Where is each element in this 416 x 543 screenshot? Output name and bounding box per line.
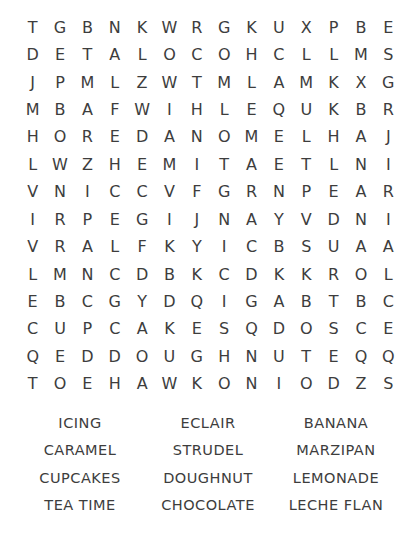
grid-cell-r13c7[interactable]: G — [183, 343, 210, 370]
grid-cell-r12c7[interactable]: E — [183, 316, 210, 343]
grid-cell-r10c14[interactable]: L — [375, 261, 402, 288]
grid-cell-r3c3[interactable]: M — [74, 69, 101, 96]
grid-cell-r8c1[interactable]: I — [19, 206, 46, 233]
grid-cell-r4c14[interactable]: R — [375, 96, 402, 123]
grid-cell-r5c6[interactable]: A — [156, 124, 183, 151]
grid-cell-r3c7[interactable]: T — [183, 69, 210, 96]
grid-cell-r10c10[interactable]: K — [265, 261, 292, 288]
grid-cell-r4c2[interactable]: B — [46, 96, 73, 123]
word-list-item-caramel: CARAMEL — [16, 437, 144, 465]
grid-cell-r8c3[interactable]: P — [74, 206, 101, 233]
grid-cell-r3c4[interactable]: L — [101, 69, 128, 96]
grid-cell-r5c4[interactable]: E — [101, 124, 128, 151]
grid-cell-r2c1[interactable]: D — [19, 41, 46, 68]
grid-cell-r7c2[interactable]: N — [46, 179, 73, 206]
grid-cell-r6c7[interactable]: I — [183, 151, 210, 178]
grid-cell-r12c1[interactable]: C — [19, 316, 46, 343]
word-list-item-icing: ICING — [16, 409, 144, 437]
grid-cell-r3c5[interactable]: Z — [128, 69, 155, 96]
grid-cell-r4c1[interactable]: M — [19, 96, 46, 123]
grid-cell-r8c12[interactable]: D — [320, 206, 347, 233]
grid-cell-r8c13[interactable]: N — [347, 206, 374, 233]
grid-cell-r14c4[interactable]: H — [101, 371, 128, 398]
grid-cell-r5c1[interactable]: H — [19, 124, 46, 151]
grid-cell-r5c12[interactable]: H — [320, 124, 347, 151]
grid-cell-r10c9[interactable]: D — [238, 261, 265, 288]
word-list-item-marzipan: MARZIPAN — [272, 437, 400, 465]
grid-cell-r10c13[interactable]: O — [347, 261, 374, 288]
grid-cell-r5c5[interactable]: D — [128, 124, 155, 151]
grid-cell-r13c1[interactable]: Q — [19, 343, 46, 370]
grid-cell-r5c3[interactable]: R — [74, 124, 101, 151]
grid-cell-r3c13[interactable]: X — [347, 69, 374, 96]
grid-cell-r10c5[interactable]: D — [128, 261, 155, 288]
word-list-item-chocolate: CHOCOLATE — [144, 492, 272, 520]
grid-cell-r10c4[interactable]: C — [101, 261, 128, 288]
grid-cell-r3c14[interactable]: G — [375, 69, 402, 96]
grid-cell-r8c6[interactable]: I — [156, 206, 183, 233]
grid-cell-r5c2[interactable]: O — [46, 124, 73, 151]
grid-cell-r2c8[interactable]: O — [211, 41, 238, 68]
grid-cell-r14c3[interactable]: E — [74, 371, 101, 398]
grid-cell-r1c13[interactable]: B — [347, 14, 374, 41]
grid-cell-r1c10[interactable]: U — [265, 14, 292, 41]
grid-cell-r11c7[interactable]: Q — [183, 288, 210, 315]
grid-cell-r12c6[interactable]: K — [156, 316, 183, 343]
grid-cell-r6c12[interactable]: L — [320, 151, 347, 178]
grid-cell-r9c2[interactable]: R — [46, 233, 73, 260]
grid-cell-r1c14[interactable]: E — [375, 14, 402, 41]
grid-cell-r2c14[interactable]: S — [375, 41, 402, 68]
grid-cell-r14c5[interactable]: A — [128, 371, 155, 398]
grid-cell-r1c6[interactable]: W — [156, 14, 183, 41]
grid-cell-r4c8[interactable]: L — [211, 96, 238, 123]
grid-cell-r11c8[interactable]: I — [211, 288, 238, 315]
grid-cell-r11c2[interactable]: B — [46, 288, 73, 315]
grid-cell-r6c6[interactable]: M — [156, 151, 183, 178]
grid-cell-r14c10[interactable]: I — [265, 371, 292, 398]
grid-cell-r14c13[interactable]: Z — [347, 371, 374, 398]
grid-cell-r14c7[interactable]: K — [183, 371, 210, 398]
grid-cell-r11c14[interactable]: C — [375, 288, 402, 315]
grid-cell-r5c13[interactable]: A — [347, 124, 374, 151]
grid-cell-r12c5[interactable]: A — [128, 316, 155, 343]
grid-cell-r13c13[interactable]: Q — [347, 343, 374, 370]
grid-cell-r11c6[interactable]: D — [156, 288, 183, 315]
grid-cell-r2c5[interactable]: L — [128, 41, 155, 68]
grid-cell-r4c13[interactable]: B — [347, 96, 374, 123]
word-list-item-banana: BANANA — [272, 409, 400, 437]
grid-cell-r12c14[interactable]: E — [375, 316, 402, 343]
grid-cell-r5c10[interactable]: E — [265, 124, 292, 151]
grid-cell-r2c9[interactable]: H — [238, 41, 265, 68]
grid-cell-r7c9[interactable]: R — [238, 179, 265, 206]
grid-cell-r5c9[interactable]: M — [238, 124, 265, 151]
grid-cell-r8c2[interactable]: R — [46, 206, 73, 233]
grid-cell-r6c10[interactable]: E — [265, 151, 292, 178]
grid-cell-r7c3[interactable]: I — [74, 179, 101, 206]
grid-cell-r14c9[interactable]: N — [238, 371, 265, 398]
grid-cell-r2c12[interactable]: L — [320, 41, 347, 68]
grid-cell-r6c11[interactable]: T — [293, 151, 320, 178]
grid-cell-r6c5[interactable]: E — [128, 151, 155, 178]
grid-cell-r3c2[interactable]: P — [46, 69, 73, 96]
grid-cell-r14c14[interactable]: S — [375, 371, 402, 398]
grid-cell-r1c7[interactable]: R — [183, 14, 210, 41]
grid-cell-r13c6[interactable]: U — [156, 343, 183, 370]
grid-cell-r7c4[interactable]: C — [101, 179, 128, 206]
grid-cell-r6c8[interactable]: T — [211, 151, 238, 178]
grid-cell-r9c10[interactable]: B — [265, 233, 292, 260]
grid-cell-r13c5[interactable]: O — [128, 343, 155, 370]
grid-cell-r9c6[interactable]: K — [156, 233, 183, 260]
word-list-item-cupcakes: CUPCAKES — [16, 464, 144, 492]
grid-cell-r4c5[interactable]: W — [128, 96, 155, 123]
grid-cell-r4c6[interactable]: I — [156, 96, 183, 123]
grid-cell-r2c7[interactable]: C — [183, 41, 210, 68]
grid-cell-r1c2[interactable]: G — [46, 14, 73, 41]
grid-cell-r11c10[interactable]: A — [265, 288, 292, 315]
grid-cell-r7c5[interactable]: C — [128, 179, 155, 206]
grid-cell-r11c9[interactable]: G — [238, 288, 265, 315]
word-list-item-eclair: ECLAIR — [144, 409, 272, 437]
grid-cell-r9c5[interactable]: F — [128, 233, 155, 260]
word-list-item-strudel: STRUDEL — [144, 437, 272, 465]
grid-cell-r11c5[interactable]: Y — [128, 288, 155, 315]
grid-cell-r14c11[interactable]: O — [293, 371, 320, 398]
grid-cell-r10c11[interactable]: K — [293, 261, 320, 288]
grid-cell-r8c4[interactable]: E — [101, 206, 128, 233]
grid-cell-r14c12[interactable]: D — [320, 371, 347, 398]
grid-cell-r11c13[interactable]: B — [347, 288, 374, 315]
grid-cell-r3c10[interactable]: A — [265, 69, 292, 96]
grid-cell-r1c11[interactable]: X — [293, 14, 320, 41]
grid-cell-r4c4[interactable]: F — [101, 96, 128, 123]
grid-cell-r12c12[interactable]: S — [320, 316, 347, 343]
grid-cell-r9c12[interactable]: U — [320, 233, 347, 260]
grid-cell-r12c8[interactable]: S — [211, 316, 238, 343]
grid-cell-r11c4[interactable]: G — [101, 288, 128, 315]
grid-cell-r3c12[interactable]: K — [320, 69, 347, 96]
grid-cell-r9c1[interactable]: V — [19, 233, 46, 260]
grid-cell-r10c1[interactable]: L — [19, 261, 46, 288]
grid-cell-r13c3[interactable]: D — [74, 343, 101, 370]
grid-cell-r10c6[interactable]: B — [156, 261, 183, 288]
grid-cell-r9c14[interactable]: A — [375, 233, 402, 260]
grid-cell-r7c12[interactable]: E — [320, 179, 347, 206]
grid-cell-r10c8[interactable]: C — [211, 261, 238, 288]
grid-cell-r14c8[interactable]: O — [211, 371, 238, 398]
grid-cell-r13c9[interactable]: N — [238, 343, 265, 370]
grid-cell-r8c10[interactable]: Y — [265, 206, 292, 233]
grid-cell-r9c13[interactable]: A — [347, 233, 374, 260]
grid-cell-r7c1[interactable]: V — [19, 179, 46, 206]
grid-cell-r6c9[interactable]: A — [238, 151, 265, 178]
grid-cell-r4c7[interactable]: H — [183, 96, 210, 123]
grid-cell-r4c3[interactable]: A — [74, 96, 101, 123]
grid-cell-r3c1[interactable]: J — [19, 69, 46, 96]
grid-cell-r8c14[interactable]: I — [375, 206, 402, 233]
grid-cell-r12c9[interactable]: Q — [238, 316, 265, 343]
grid-cell-r11c12[interactable]: T — [320, 288, 347, 315]
grid-cell-r12c3[interactable]: P — [74, 316, 101, 343]
grid-cell-r11c3[interactable]: C — [74, 288, 101, 315]
grid-cell-r13c12[interactable]: E — [320, 343, 347, 370]
grid-cell-r9c11[interactable]: S — [293, 233, 320, 260]
grid-cell-r10c12[interactable]: R — [320, 261, 347, 288]
word-list-item-lemonade: LEMONADE — [272, 464, 400, 492]
grid-cell-r10c2[interactable]: M — [46, 261, 73, 288]
grid-cell-r14c2[interactable]: O — [46, 371, 73, 398]
grid-cell-r4c10[interactable]: Q — [265, 96, 292, 123]
grid-cell-r10c7[interactable]: K — [183, 261, 210, 288]
word-list-item-leche-flan: LECHE FLAN — [272, 492, 400, 520]
grid-cell-r6c13[interactable]: N — [347, 151, 374, 178]
word-search-page: TGBNKWRGKUXPBEDETALOCOHCLLMSJPMLZWTMLAMK… — [0, 0, 416, 543]
grid-cell-r2c4[interactable]: A — [101, 41, 128, 68]
grid-cell-r1c3[interactable]: B — [74, 14, 101, 41]
grid-cell-r8c7[interactable]: J — [183, 206, 210, 233]
grid-cell-r3c11[interactable]: M — [293, 69, 320, 96]
grid-cell-r7c14[interactable]: R — [375, 179, 402, 206]
grid-cell-r9c8[interactable]: I — [211, 233, 238, 260]
grid-cell-r7c10[interactable]: N — [265, 179, 292, 206]
grid-cell-r4c11[interactable]: U — [293, 96, 320, 123]
grid-cell-r4c12[interactable]: K — [320, 96, 347, 123]
grid-cell-r2c11[interactable]: L — [293, 41, 320, 68]
grid-cell-r6c2[interactable]: W — [46, 151, 73, 178]
grid-cell-r5c8[interactable]: O — [211, 124, 238, 151]
grid-cell-r5c7[interactable]: N — [183, 124, 210, 151]
grid-cell-r3c6[interactable]: W — [156, 69, 183, 96]
grid-cell-r6c3[interactable]: Z — [74, 151, 101, 178]
grid-cell-r5c11[interactable]: L — [293, 124, 320, 151]
grid-cell-r7c8[interactable]: G — [211, 179, 238, 206]
grid-cell-r1c8[interactable]: G — [211, 14, 238, 41]
grid-cell-r9c4[interactable]: L — [101, 233, 128, 260]
grid-cell-r1c12[interactable]: P — [320, 14, 347, 41]
grid-cell-r13c2[interactable]: E — [46, 343, 73, 370]
grid-cell-r13c11[interactable]: T — [293, 343, 320, 370]
grid-cell-r2c10[interactable]: C — [265, 41, 292, 68]
grid-cell-r11c11[interactable]: B — [293, 288, 320, 315]
grid-cell-r12c2[interactable]: U — [46, 316, 73, 343]
word-list-item-tea-time: TEA TIME — [16, 492, 144, 520]
grid-cell-r3c8[interactable]: M — [211, 69, 238, 96]
word-search-grid: TGBNKWRGKUXPBEDETALOCOHCLLMSJPMLZWTMLAMK… — [19, 14, 402, 398]
grid-cell-r1c1[interactable]: T — [19, 14, 46, 41]
grid-cell-r2c6[interactable]: O — [156, 41, 183, 68]
word-list-item-doughnut: DOUGHNUT — [144, 464, 272, 492]
grid-cell-r12c10[interactable]: D — [265, 316, 292, 343]
grid-cell-r13c14[interactable]: Q — [375, 343, 402, 370]
grid-cell-r2c2[interactable]: E — [46, 41, 73, 68]
grid-cell-r8c8[interactable]: N — [211, 206, 238, 233]
word-list: ICINGECLAIRBANANACARAMELSTRUDELMARZIPANC… — [16, 409, 400, 519]
grid-cell-r7c7[interactable]: F — [183, 179, 210, 206]
grid-cell-r5c14[interactable]: J — [375, 124, 402, 151]
grid-cell-r11c1[interactable]: E — [19, 288, 46, 315]
grid-cell-r9c3[interactable]: A — [74, 233, 101, 260]
grid-cell-r4c9[interactable]: E — [238, 96, 265, 123]
grid-cell-r7c6[interactable]: V — [156, 179, 183, 206]
grid-cell-r6c14[interactable]: I — [375, 151, 402, 178]
grid-cell-r8c5[interactable]: G — [128, 206, 155, 233]
grid-cell-r2c13[interactable]: M — [347, 41, 374, 68]
grid-cell-r14c6[interactable]: W — [156, 371, 183, 398]
grid-cell-r9c9[interactable]: C — [238, 233, 265, 260]
grid-cell-r14c1[interactable]: T — [19, 371, 46, 398]
grid-cell-r1c9[interactable]: K — [238, 14, 265, 41]
grid-cell-r12c11[interactable]: O — [293, 316, 320, 343]
grid-cell-r6c4[interactable]: H — [101, 151, 128, 178]
grid-cell-r6c1[interactable]: L — [19, 151, 46, 178]
grid-cell-r1c5[interactable]: K — [128, 14, 155, 41]
grid-cell-r13c10[interactable]: U — [265, 343, 292, 370]
grid-cell-r13c8[interactable]: H — [211, 343, 238, 370]
grid-cell-r10c3[interactable]: N — [74, 261, 101, 288]
grid-cell-r8c11[interactable]: V — [293, 206, 320, 233]
grid-cell-r7c13[interactable]: A — [347, 179, 374, 206]
grid-cell-r7c11[interactable]: P — [293, 179, 320, 206]
grid-cell-r12c13[interactable]: C — [347, 316, 374, 343]
grid-cell-r12c4[interactable]: C — [101, 316, 128, 343]
grid-cell-r9c7[interactable]: Y — [183, 233, 210, 260]
grid-cell-r8c9[interactable]: A — [238, 206, 265, 233]
grid-cell-r13c4[interactable]: D — [101, 343, 128, 370]
grid-cell-r2c3[interactable]: T — [74, 41, 101, 68]
grid-cell-r1c4[interactable]: N — [101, 14, 128, 41]
grid-cell-r3c9[interactable]: L — [238, 69, 265, 96]
